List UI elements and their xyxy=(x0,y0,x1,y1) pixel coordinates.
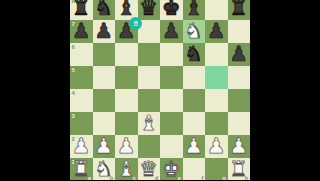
piece-white-pawn[interactable]: ♟ xyxy=(117,135,136,158)
square-e8[interactable]: ♚ xyxy=(160,0,183,20)
piece-white-queen[interactable]: ♛ xyxy=(139,158,158,180)
square-f4[interactable] xyxy=(183,89,206,112)
square-d8[interactable]: ♛ xyxy=(138,0,161,20)
rank-label-5: 5 xyxy=(72,67,75,73)
piece-white-knight[interactable]: ♞ xyxy=(184,20,203,43)
piece-white-pawn[interactable]: ♟ xyxy=(72,135,91,158)
square-a4[interactable]: 4 xyxy=(70,89,93,112)
square-e5[interactable] xyxy=(160,66,183,89)
square-g8[interactable] xyxy=(205,0,228,20)
piece-black-king[interactable]: ♚ xyxy=(162,0,181,20)
piece-black-queen[interactable]: ♛ xyxy=(139,0,158,20)
square-a7[interactable]: 7♟ xyxy=(70,20,93,43)
square-d2[interactable] xyxy=(138,135,161,158)
square-c4[interactable] xyxy=(115,89,138,112)
video-frame: { "game": "chess", "position": { "fen": … xyxy=(0,0,320,180)
square-d1[interactable]: d♛ xyxy=(138,158,161,180)
square-b5[interactable] xyxy=(93,66,116,89)
square-a2[interactable]: 2♟ xyxy=(70,135,93,158)
piece-black-knight[interactable]: ♞ xyxy=(184,43,203,66)
square-h4[interactable] xyxy=(228,89,251,112)
square-e6[interactable] xyxy=(160,43,183,66)
square-h8[interactable]: ♜ xyxy=(228,0,251,20)
square-g1[interactable]: g xyxy=(205,158,228,180)
square-a1[interactable]: 1a♜ xyxy=(70,158,93,180)
square-f5[interactable] xyxy=(183,66,206,89)
square-a3[interactable]: 3 xyxy=(70,112,93,135)
piece-white-pawn[interactable]: ♟ xyxy=(229,135,248,158)
square-g2[interactable]: ♟ xyxy=(205,135,228,158)
square-h3[interactable] xyxy=(228,112,251,135)
square-g6[interactable] xyxy=(205,43,228,66)
square-f7[interactable]: ♞ xyxy=(183,20,206,43)
square-g7[interactable]: ♟ xyxy=(205,20,228,43)
piece-black-rook[interactable]: ♜ xyxy=(229,0,248,20)
square-b8[interactable]: ♞ xyxy=(93,0,116,20)
piece-white-bishop[interactable]: ♝ xyxy=(117,158,136,180)
square-g4[interactable] xyxy=(205,89,228,112)
square-b1[interactable]: b♞ xyxy=(93,158,116,180)
file-label-g: g xyxy=(222,175,226,181)
square-e1[interactable]: e♚ xyxy=(160,158,183,180)
square-h7[interactable] xyxy=(228,20,251,43)
square-c2[interactable]: ♟ xyxy=(115,135,138,158)
brilliant-move-label: !! xyxy=(134,19,138,28)
square-e4[interactable] xyxy=(160,89,183,112)
piece-black-knight[interactable]: ♞ xyxy=(94,0,113,20)
square-d6[interactable] xyxy=(138,43,161,66)
square-d4[interactable] xyxy=(138,89,161,112)
rank-label-3: 3 xyxy=(72,113,75,119)
square-b4[interactable] xyxy=(93,89,116,112)
piece-black-pawn[interactable]: ♟ xyxy=(207,20,226,43)
piece-white-bishop[interactable]: ♝ xyxy=(139,112,158,135)
piece-white-king[interactable]: ♚ xyxy=(162,158,181,180)
piece-black-rook[interactable]: ♜ xyxy=(72,0,91,20)
square-e3[interactable] xyxy=(160,112,183,135)
square-e7[interactable]: ♟ xyxy=(160,20,183,43)
piece-black-pawn[interactable]: ♟ xyxy=(229,43,248,66)
square-g5[interactable] xyxy=(205,66,228,89)
square-c6[interactable] xyxy=(115,43,138,66)
square-a6[interactable]: 6 xyxy=(70,43,93,66)
piece-black-pawn[interactable]: ♟ xyxy=(94,20,113,43)
square-c5[interactable] xyxy=(115,66,138,89)
square-h5[interactable] xyxy=(228,66,251,89)
piece-white-pawn[interactable]: ♟ xyxy=(207,135,226,158)
square-b6[interactable] xyxy=(93,43,116,66)
piece-black-pawn[interactable]: ♟ xyxy=(72,20,91,43)
square-h6[interactable]: ♟ xyxy=(228,43,251,66)
piece-black-pawn[interactable]: ♟ xyxy=(162,20,181,43)
square-b3[interactable] xyxy=(93,112,116,135)
square-h1[interactable]: h♜ xyxy=(228,158,251,180)
square-d5[interactable] xyxy=(138,66,161,89)
square-g3[interactable] xyxy=(205,112,228,135)
brilliant-move-badge: !! xyxy=(129,17,142,30)
piece-white-knight[interactable]: ♞ xyxy=(94,158,113,180)
piece-white-rook[interactable]: ♜ xyxy=(229,158,248,180)
square-a5[interactable]: 5 xyxy=(70,66,93,89)
square-a8[interactable]: 8♜ xyxy=(70,0,93,20)
square-h2[interactable]: ♟ xyxy=(228,135,251,158)
square-b7[interactable]: ♟ xyxy=(93,20,116,43)
square-f6[interactable]: ♞ xyxy=(183,43,206,66)
square-c1[interactable]: c♝ xyxy=(115,158,138,180)
piece-white-pawn[interactable]: ♟ xyxy=(184,135,203,158)
rank-label-6: 6 xyxy=(72,44,75,50)
square-e2[interactable] xyxy=(160,135,183,158)
file-label-f: f xyxy=(202,175,204,181)
piece-white-rook[interactable]: ♜ xyxy=(72,158,91,180)
square-f8[interactable]: ♝ xyxy=(183,0,206,20)
square-b2[interactable]: ♟ xyxy=(93,135,116,158)
square-f1[interactable]: f xyxy=(183,158,206,180)
square-f3[interactable] xyxy=(183,112,206,135)
piece-black-bishop[interactable]: ♝ xyxy=(184,0,203,20)
rank-label-4: 4 xyxy=(72,90,75,96)
square-f2[interactable]: ♟ xyxy=(183,135,206,158)
square-d3[interactable]: ♝ xyxy=(138,112,161,135)
square-c3[interactable] xyxy=(115,112,138,135)
piece-white-pawn[interactable]: ♟ xyxy=(94,135,113,158)
chess-board: 8♜♞♝♛♚♝♜7♟♟♟♟♞♟6♞♟543♝2♟♟♟♟♟♟1a♜b♞c♝d♛e♚… xyxy=(70,0,250,180)
